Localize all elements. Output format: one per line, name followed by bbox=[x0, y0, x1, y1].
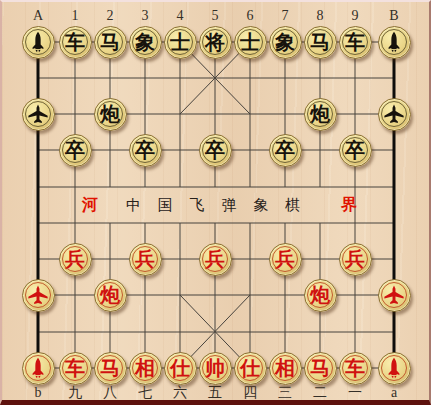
red-horse-piece[interactable]: 马 bbox=[94, 352, 127, 385]
black-cannon-glyph: 炮 bbox=[100, 104, 120, 124]
red-chariot-glyph: 车 bbox=[345, 358, 365, 378]
red-elephant-glyph: 相 bbox=[275, 358, 295, 378]
file-label-top-2: 2 bbox=[107, 8, 114, 24]
black-soldier-piece[interactable]: 卒 bbox=[199, 134, 232, 167]
red-chariot-piece[interactable]: 车 bbox=[339, 352, 372, 385]
black-horse-glyph: 马 bbox=[310, 32, 330, 52]
red-elephant-piece[interactable]: 相 bbox=[269, 352, 302, 385]
red-horse-glyph: 马 bbox=[310, 358, 330, 378]
red-elephant-glyph: 相 bbox=[135, 358, 155, 378]
rocket-icon bbox=[383, 357, 405, 379]
red-rocket-piece[interactable] bbox=[378, 352, 411, 385]
black-airplane-piece[interactable] bbox=[22, 98, 55, 131]
file-label-bottom-一: 一 bbox=[348, 384, 362, 402]
red-soldier-piece[interactable]: 兵 bbox=[339, 243, 372, 276]
river-right-label: 界 bbox=[341, 195, 357, 216]
red-airplane-piece[interactable] bbox=[378, 279, 411, 312]
red-general-piece[interactable]: 帅 bbox=[199, 352, 232, 385]
airplane-icon bbox=[27, 284, 49, 306]
black-cannon-piece[interactable]: 炮 bbox=[94, 98, 127, 131]
file-label-bottom-a: a bbox=[391, 385, 397, 401]
file-label-bottom-九: 九 bbox=[68, 384, 82, 402]
file-label-bottom-六: 六 bbox=[173, 384, 187, 402]
black-advisor-piece[interactable]: 士 bbox=[164, 26, 197, 59]
black-soldier-glyph: 卒 bbox=[275, 140, 295, 160]
black-chariot-glyph: 车 bbox=[65, 32, 85, 52]
black-soldier-glyph: 卒 bbox=[135, 140, 155, 160]
red-soldier-piece[interactable]: 兵 bbox=[59, 243, 92, 276]
xiangqi-board: A123456789B b九八七六五四三二一a 中 国 飞 弹 象 棋 河 界 … bbox=[0, 0, 431, 405]
file-label-top-6: 6 bbox=[247, 8, 254, 24]
black-advisor-glyph: 士 bbox=[170, 32, 190, 52]
airplane-icon bbox=[383, 284, 405, 306]
black-soldier-piece[interactable]: 卒 bbox=[339, 134, 372, 167]
black-soldier-piece[interactable]: 卒 bbox=[269, 134, 302, 167]
black-soldier-piece[interactable]: 卒 bbox=[59, 134, 92, 167]
file-label-bottom-b: b bbox=[35, 385, 42, 401]
file-label-top-8: 8 bbox=[317, 8, 324, 24]
airplane-icon bbox=[27, 103, 49, 125]
red-horse-glyph: 马 bbox=[100, 358, 120, 378]
red-advisor-glyph: 仕 bbox=[240, 358, 260, 378]
red-horse-piece[interactable]: 马 bbox=[304, 352, 337, 385]
black-general-piece[interactable]: 将 bbox=[199, 26, 232, 59]
red-soldier-glyph: 兵 bbox=[135, 249, 155, 269]
black-elephant-glyph: 象 bbox=[275, 32, 295, 52]
red-cannon-glyph: 炮 bbox=[310, 285, 330, 305]
red-elephant-piece[interactable]: 相 bbox=[129, 352, 162, 385]
red-soldier-glyph: 兵 bbox=[65, 249, 85, 269]
black-chariot-piece[interactable]: 车 bbox=[59, 26, 92, 59]
black-advisor-glyph: 士 bbox=[240, 32, 260, 52]
black-airplane-piece[interactable] bbox=[378, 98, 411, 131]
black-elephant-piece[interactable]: 象 bbox=[129, 26, 162, 59]
red-soldier-piece[interactable]: 兵 bbox=[129, 243, 162, 276]
black-advisor-piece[interactable]: 士 bbox=[234, 26, 267, 59]
file-label-bottom-七: 七 bbox=[138, 384, 152, 402]
airplane-icon bbox=[383, 103, 405, 125]
red-rocket-piece[interactable] bbox=[22, 352, 55, 385]
red-soldier-piece[interactable]: 兵 bbox=[199, 243, 232, 276]
black-horse-piece[interactable]: 马 bbox=[304, 26, 337, 59]
file-label-top-5: 5 bbox=[212, 8, 219, 24]
black-soldier-glyph: 卒 bbox=[205, 140, 225, 160]
black-soldier-piece[interactable]: 卒 bbox=[129, 134, 162, 167]
red-soldier-piece[interactable]: 兵 bbox=[269, 243, 302, 276]
red-soldier-glyph: 兵 bbox=[275, 249, 295, 269]
black-elephant-piece[interactable]: 象 bbox=[269, 26, 302, 59]
red-advisor-piece[interactable]: 仕 bbox=[164, 352, 197, 385]
red-chariot-piece[interactable]: 车 bbox=[59, 352, 92, 385]
river-left-label: 河 bbox=[82, 195, 98, 216]
file-label-top-7: 7 bbox=[282, 8, 289, 24]
red-cannon-piece[interactable]: 炮 bbox=[304, 279, 337, 312]
black-general-glyph: 将 bbox=[205, 32, 225, 52]
black-horse-glyph: 马 bbox=[100, 32, 120, 52]
red-soldier-glyph: 兵 bbox=[205, 249, 225, 269]
file-label-bottom-二: 二 bbox=[313, 384, 327, 402]
red-chariot-glyph: 车 bbox=[65, 358, 85, 378]
black-horse-piece[interactable]: 马 bbox=[94, 26, 127, 59]
red-airplane-piece[interactable] bbox=[22, 279, 55, 312]
file-label-bottom-四: 四 bbox=[243, 384, 257, 402]
file-label-top-1: 1 bbox=[72, 8, 79, 24]
red-cannon-piece[interactable]: 炮 bbox=[94, 279, 127, 312]
black-chariot-glyph: 车 bbox=[345, 32, 365, 52]
file-label-bottom-五: 五 bbox=[208, 384, 222, 402]
black-soldier-glyph: 卒 bbox=[345, 140, 365, 160]
rocket-icon bbox=[383, 31, 405, 53]
black-soldier-glyph: 卒 bbox=[65, 140, 85, 160]
river-center-text: 中 国 飞 弹 象 棋 bbox=[2, 196, 429, 215]
file-label-top-B: B bbox=[389, 8, 398, 24]
file-label-bottom-三: 三 bbox=[278, 384, 292, 402]
black-elephant-glyph: 象 bbox=[135, 32, 155, 52]
black-chariot-piece[interactable]: 车 bbox=[339, 26, 372, 59]
file-label-top-4: 4 bbox=[177, 8, 184, 24]
red-soldier-glyph: 兵 bbox=[345, 249, 365, 269]
black-cannon-glyph: 炮 bbox=[310, 104, 330, 124]
rocket-icon bbox=[27, 357, 49, 379]
file-label-top-9: 9 bbox=[352, 8, 359, 24]
black-rocket-piece[interactable] bbox=[22, 26, 55, 59]
red-cannon-glyph: 炮 bbox=[100, 285, 120, 305]
file-label-top-A: A bbox=[33, 8, 43, 24]
file-label-top-3: 3 bbox=[142, 8, 149, 24]
black-rocket-piece[interactable] bbox=[378, 26, 411, 59]
red-advisor-glyph: 仕 bbox=[170, 358, 190, 378]
red-advisor-piece[interactable]: 仕 bbox=[234, 352, 267, 385]
red-general-glyph: 帅 bbox=[205, 358, 225, 378]
rocket-icon bbox=[27, 31, 49, 53]
file-label-bottom-八: 八 bbox=[103, 384, 117, 402]
black-cannon-piece[interactable]: 炮 bbox=[304, 98, 337, 131]
